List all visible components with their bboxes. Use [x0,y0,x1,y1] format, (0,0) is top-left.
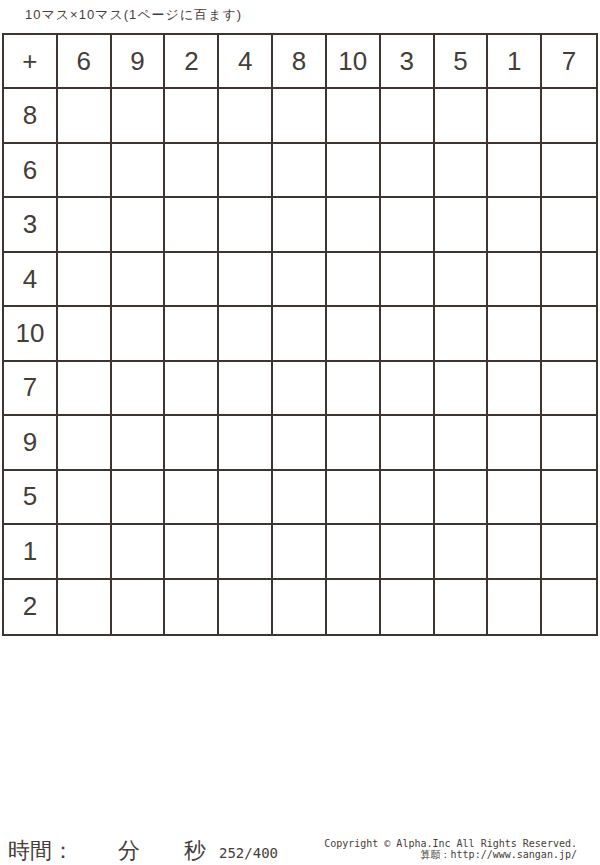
answer-cell [381,416,435,470]
answer-cell [327,198,381,252]
answer-cell [542,144,596,198]
row-header-cell: 2 [4,580,58,634]
answer-cell [273,198,327,252]
answer-cell [381,525,435,579]
answer-cell [327,362,381,416]
answer-cell [435,144,489,198]
answer-cell [219,253,273,307]
answer-cell [327,144,381,198]
answer-cell [219,471,273,525]
answer-cell [219,580,273,634]
row-header-cell: 5 [4,471,58,525]
answer-cell [488,471,542,525]
operation-cell: + [4,35,58,89]
answer-cell [58,89,112,143]
copyright-line: Copyright © Alpha.Inc All Rights Reserve… [324,838,577,849]
answer-cell [273,253,327,307]
answer-cell [165,525,219,579]
answer-cell [542,580,596,634]
column-header-cell: 3 [381,35,435,89]
answer-cell [219,416,273,470]
answer-cell [273,471,327,525]
answer-cell [219,144,273,198]
answer-cell [381,253,435,307]
answer-cell [58,471,112,525]
answer-cell [381,198,435,252]
answer-cell [488,307,542,361]
answer-cell [273,580,327,634]
answer-cell [435,580,489,634]
answer-cell [435,471,489,525]
answer-cell [165,416,219,470]
answer-cell [327,307,381,361]
answer-cell [165,471,219,525]
answer-cell [488,525,542,579]
answer-cell [273,89,327,143]
row-header-cell: 9 [4,416,58,470]
row-header-cell: 10 [4,307,58,361]
answer-cell [381,307,435,361]
answer-cell [381,89,435,143]
answer-cell [165,198,219,252]
answer-cell [542,198,596,252]
row-header-cell: 4 [4,253,58,307]
answer-cell [58,253,112,307]
answer-cell [488,362,542,416]
answer-cell [435,307,489,361]
row-header-cell: 1 [4,525,58,579]
answer-cell [165,362,219,416]
answer-cell [327,253,381,307]
row-header-cell: 3 [4,198,58,252]
column-header-cell: 7 [542,35,596,89]
answer-cell [542,89,596,143]
answer-cell [219,525,273,579]
row-header-cell: 7 [4,362,58,416]
answer-cell [165,144,219,198]
answer-cell [165,307,219,361]
answer-cell [542,525,596,579]
column-header-cell: 4 [219,35,273,89]
answer-cell [542,307,596,361]
answer-cell [542,416,596,470]
answer-cell [112,416,166,470]
column-header-cell: 8 [273,35,327,89]
answer-cell [273,525,327,579]
answer-cell [542,253,596,307]
page-progress-counter: 252/400 [219,845,278,861]
answer-cell [112,362,166,416]
answer-cell [165,89,219,143]
answer-cell [327,580,381,634]
answer-cell [327,89,381,143]
answer-cell [165,253,219,307]
source-url: 算願：http://www.sangan.jp/ [324,849,577,860]
answer-cell [219,307,273,361]
time-line: 時間： 分 秒 252/400 [8,836,278,865]
answer-cell [435,416,489,470]
answer-cell [58,198,112,252]
answer-cell [327,416,381,470]
answer-cell [435,198,489,252]
answer-cell [58,580,112,634]
answer-cell [112,307,166,361]
answer-cell [58,416,112,470]
answer-cell [219,362,273,416]
page-title: 10マス×10マス(1ページに百ます) [25,6,242,24]
column-header-cell: 5 [435,35,489,89]
answer-cell [112,525,166,579]
answer-cell [435,525,489,579]
answer-cell [488,580,542,634]
answer-cell [112,198,166,252]
answer-cell [273,362,327,416]
answer-cell [435,362,489,416]
copyright-block: Copyright © Alpha.Inc All Rights Reserve… [324,838,577,860]
answer-cell [112,580,166,634]
row-header-cell: 6 [4,144,58,198]
answer-cell [542,362,596,416]
column-header-cell: 9 [112,35,166,89]
column-header-cell: 6 [58,35,112,89]
answer-cell [219,89,273,143]
row-header-cell: 8 [4,89,58,143]
answer-cell [435,89,489,143]
answer-cell [381,362,435,416]
answer-cell [488,198,542,252]
answer-cell [219,198,273,252]
answer-cell [112,144,166,198]
answer-cell [58,307,112,361]
column-header-cell: 2 [165,35,219,89]
answer-cell [381,144,435,198]
column-header-cell: 1 [488,35,542,89]
answer-cell [488,89,542,143]
addition-grid: +6924810351786341079512 [2,33,598,636]
answer-cell [58,144,112,198]
answer-cell [273,416,327,470]
answer-cell [381,580,435,634]
answer-cell [488,144,542,198]
answer-cell [542,471,596,525]
answer-cell [273,307,327,361]
answer-cell [327,525,381,579]
column-header-cell: 10 [327,35,381,89]
answer-cell [488,416,542,470]
answer-cell [435,253,489,307]
answer-cell [112,471,166,525]
answer-cell [58,525,112,579]
answer-cell [112,89,166,143]
answer-cell [273,144,327,198]
answer-cell [327,471,381,525]
answer-cell [381,471,435,525]
answer-cell [112,253,166,307]
answer-cell [488,253,542,307]
answer-cell [58,362,112,416]
time-label: 時間： 分 秒 [8,836,209,865]
answer-cell [165,580,219,634]
